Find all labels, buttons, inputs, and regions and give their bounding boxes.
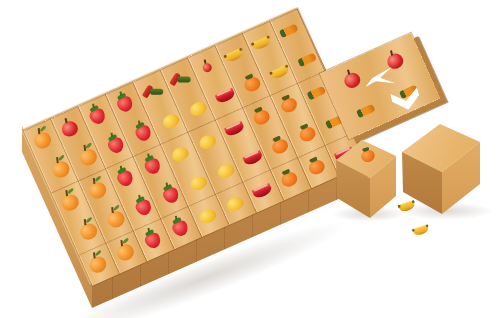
fruit-apple [385,51,406,71]
fruit-orange [77,147,99,169]
fruit-orange [77,221,99,243]
fruit-carrot [307,86,327,101]
cube-fruit-slot [412,226,430,235]
fruit-banana [251,35,271,51]
fruit-banana [270,64,290,80]
fruit-carrot [279,23,299,38]
fruit-orange [50,159,72,181]
fruit-persimmon [242,75,262,94]
fruit-persimmon [360,148,377,164]
fruit-orange [86,254,108,276]
fruit-strawberry [142,231,162,251]
fruit-lemon [160,111,181,130]
loose-cube-bananas [396,118,486,218]
loose-cube-small [330,135,402,225]
fruit-carrot [356,104,376,119]
fruit-persimmon [307,158,327,177]
fruit-strawberry [170,218,190,238]
fruit-orange [59,192,81,214]
fruit-orange [86,180,108,202]
product-photo [0,0,500,318]
fruit-lemon [197,207,218,226]
fruit-strawberry [142,156,162,176]
fruit-lemon [224,194,245,213]
fruit-strawberry [115,94,135,114]
fruit-watermelon [214,88,235,105]
fruit-strawberry [105,135,125,155]
fruit-apple [59,118,80,138]
fruit-persimmon [297,124,317,143]
fruit-strawberry [115,168,135,188]
fruit-watermelon [242,150,263,167]
fruit-pepper [139,80,165,103]
fruit-orange [114,242,136,264]
fruit-strawberry [133,197,153,217]
fruit-strawberry [87,106,107,126]
fruit-lemon [215,161,236,180]
fruit-lemon [187,99,208,118]
fruit-persimmon [252,108,272,127]
fruit-watermelon [251,183,272,200]
fruit-persimmon [279,170,299,189]
fruit-orange [31,130,53,152]
fruit-strawberry [133,123,153,143]
fruit-persimmon [279,95,299,114]
fruit-pepper [166,68,192,91]
fruit-banana [224,47,244,63]
fruit-strawberry [161,185,181,205]
fruit-orange [105,209,127,231]
fruit-persimmon [270,137,290,156]
fruit-carrot [297,52,317,67]
fruit-banana [413,224,430,236]
fruit-lemon [169,145,190,164]
fruit-lemon [187,174,208,193]
fruit-watermelon [224,121,245,138]
fruit-apple [342,70,363,90]
fruit-cherry [201,61,213,73]
fruit-lemon [196,132,217,151]
